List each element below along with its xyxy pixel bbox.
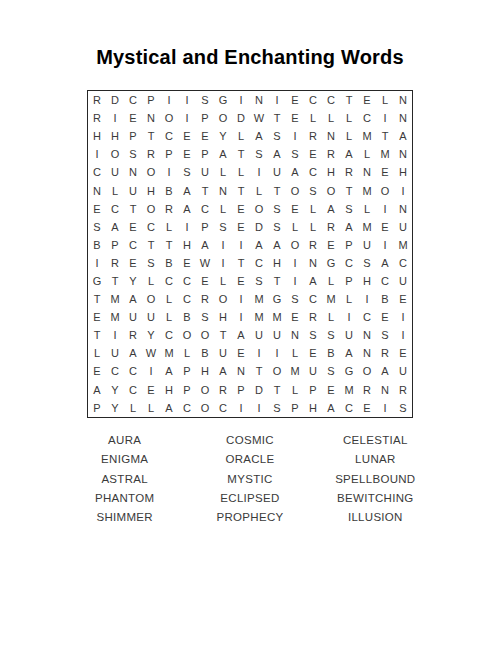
grid-cell[interactable]: R	[358, 381, 376, 399]
grid-cell[interactable]: I	[106, 326, 124, 344]
grid-cell[interactable]: E	[178, 145, 196, 163]
grid-cell[interactable]: N	[304, 254, 322, 272]
grid-cell[interactable]: C	[358, 109, 376, 127]
grid-cell[interactable]: E	[196, 272, 214, 290]
grid-cell[interactable]: O	[142, 290, 160, 308]
grid-cell[interactable]: D	[250, 381, 268, 399]
grid-cell[interactable]: C	[106, 200, 124, 218]
grid-cell[interactable]: S	[250, 272, 268, 290]
grid-cell[interactable]: A	[160, 399, 178, 417]
grid-cell[interactable]: R	[196, 290, 214, 308]
grid-cell[interactable]: B	[322, 344, 340, 362]
grid-cell[interactable]: W	[250, 109, 268, 127]
grid-cell[interactable]: S	[196, 308, 214, 326]
grid-cell[interactable]: G	[340, 362, 358, 380]
grid-cell[interactable]: C	[178, 272, 196, 290]
grid-cell[interactable]: Y	[106, 399, 124, 417]
grid-cell[interactable]: E	[232, 344, 250, 362]
grid-cell[interactable]: I	[394, 308, 412, 326]
grid-cell[interactable]: M	[322, 290, 340, 308]
grid-cell[interactable]: I	[232, 399, 250, 417]
grid-cell[interactable]: R	[214, 381, 232, 399]
grid-cell[interactable]: S	[196, 91, 214, 109]
grid-cell[interactable]: O	[178, 326, 196, 344]
grid-cell[interactable]: I	[88, 145, 106, 163]
grid-cell[interactable]: U	[358, 236, 376, 254]
grid-cell[interactable]: H	[214, 308, 232, 326]
grid-cell[interactable]: R	[160, 200, 178, 218]
grid-cell[interactable]: T	[268, 381, 286, 399]
grid-cell[interactable]: N	[394, 145, 412, 163]
grid-cell[interactable]: C	[304, 163, 322, 181]
grid-cell[interactable]: O	[160, 109, 178, 127]
grid-cell[interactable]: E	[376, 163, 394, 181]
grid-cell[interactable]: U	[268, 326, 286, 344]
grid-cell[interactable]: S	[88, 218, 106, 236]
grid-cell[interactable]: S	[304, 181, 322, 199]
grid-cell[interactable]: L	[304, 218, 322, 236]
grid-cell[interactable]: M	[268, 308, 286, 326]
grid-cell[interactable]: I	[232, 308, 250, 326]
grid-cell[interactable]: C	[160, 127, 178, 145]
grid-cell[interactable]: E	[88, 362, 106, 380]
grid-cell[interactable]: S	[268, 399, 286, 417]
grid-cell[interactable]: P	[160, 145, 178, 163]
grid-cell[interactable]: C	[88, 163, 106, 181]
grid-cell[interactable]: N	[214, 181, 232, 199]
grid-cell[interactable]: E	[196, 127, 214, 145]
grid-cell[interactable]: C	[376, 272, 394, 290]
grid-cell[interactable]: A	[124, 344, 142, 362]
grid-cell[interactable]: L	[340, 290, 358, 308]
grid-cell[interactable]: T	[88, 290, 106, 308]
grid-cell[interactable]: U	[196, 163, 214, 181]
grid-cell[interactable]: T	[232, 254, 250, 272]
grid-cell[interactable]: Y	[124, 272, 142, 290]
grid-cell[interactable]: E	[286, 109, 304, 127]
grid-cell[interactable]: C	[124, 381, 142, 399]
grid-cell[interactable]: A	[304, 272, 322, 290]
grid-cell[interactable]: P	[340, 236, 358, 254]
grid-cell[interactable]: A	[196, 236, 214, 254]
grid-cell[interactable]: I	[358, 290, 376, 308]
grid-cell[interactable]: A	[268, 236, 286, 254]
grid-cell[interactable]: H	[160, 381, 178, 399]
grid-cell[interactable]: Y	[106, 381, 124, 399]
grid-cell[interactable]: P	[106, 236, 124, 254]
grid-cell[interactable]: R	[340, 163, 358, 181]
grid-cell[interactable]: H	[394, 163, 412, 181]
grid-cell[interactable]: E	[376, 308, 394, 326]
grid-cell[interactable]: L	[286, 344, 304, 362]
grid-cell[interactable]: O	[196, 399, 214, 417]
grid-cell[interactable]: S	[268, 218, 286, 236]
grid-cell[interactable]: C	[304, 290, 322, 308]
grid-cell[interactable]: A	[250, 236, 268, 254]
grid-cell[interactable]: E	[286, 200, 304, 218]
grid-cell[interactable]: C	[196, 200, 214, 218]
grid-cell[interactable]: L	[286, 381, 304, 399]
grid-cell[interactable]: B	[178, 308, 196, 326]
grid-cell[interactable]: N	[232, 362, 250, 380]
grid-cell[interactable]: T	[268, 181, 286, 199]
grid-cell[interactable]: U	[106, 163, 124, 181]
grid-cell[interactable]: U	[394, 218, 412, 236]
grid-cell[interactable]: S	[340, 200, 358, 218]
grid-cell[interactable]: O	[358, 362, 376, 380]
grid-cell[interactable]: R	[124, 326, 142, 344]
grid-cell[interactable]: H	[304, 399, 322, 417]
grid-cell[interactable]: I	[178, 91, 196, 109]
grid-cell[interactable]: T	[376, 127, 394, 145]
grid-cell[interactable]: G	[88, 272, 106, 290]
grid-cell[interactable]: L	[304, 109, 322, 127]
grid-cell[interactable]: E	[304, 145, 322, 163]
grid-cell[interactable]: S	[304, 326, 322, 344]
grid-cell[interactable]: L	[178, 344, 196, 362]
grid-cell[interactable]: I	[268, 91, 286, 109]
grid-cell[interactable]: I	[232, 91, 250, 109]
grid-cell[interactable]: B	[376, 290, 394, 308]
grid-cell[interactable]: P	[142, 91, 160, 109]
grid-cell[interactable]: N	[286, 326, 304, 344]
grid-cell[interactable]: O	[106, 145, 124, 163]
grid-cell[interactable]: N	[394, 109, 412, 127]
grid-cell[interactable]: N	[88, 181, 106, 199]
grid-cell[interactable]: A	[106, 218, 124, 236]
grid-cell[interactable]: I	[178, 218, 196, 236]
grid-cell[interactable]: L	[232, 127, 250, 145]
grid-cell[interactable]: A	[268, 145, 286, 163]
grid-cell[interactable]: N	[250, 91, 268, 109]
grid-cell[interactable]: H	[106, 127, 124, 145]
grid-cell[interactable]: C	[250, 254, 268, 272]
grid-cell[interactable]: I	[250, 399, 268, 417]
grid-cell[interactable]: R	[304, 236, 322, 254]
grid-cell[interactable]: A	[214, 145, 232, 163]
grid-cell[interactable]: I	[250, 344, 268, 362]
grid-cell[interactable]: I	[376, 200, 394, 218]
grid-cell[interactable]: O	[376, 181, 394, 199]
grid-cell[interactable]: I	[394, 326, 412, 344]
grid-cell[interactable]: L	[160, 218, 178, 236]
grid-cell[interactable]: N	[142, 109, 160, 127]
grid-cell[interactable]: P	[178, 381, 196, 399]
grid-cell[interactable]: E	[178, 254, 196, 272]
grid-cell[interactable]: U	[106, 344, 124, 362]
grid-cell[interactable]: C	[214, 399, 232, 417]
grid-cell[interactable]: A	[322, 200, 340, 218]
grid-cell[interactable]: P	[286, 399, 304, 417]
grid-cell[interactable]: R	[142, 145, 160, 163]
grid-cell[interactable]: T	[340, 181, 358, 199]
grid-cell[interactable]: S	[268, 127, 286, 145]
grid-cell[interactable]: M	[250, 290, 268, 308]
grid-cell[interactable]: M	[106, 308, 124, 326]
grid-cell[interactable]: P	[232, 381, 250, 399]
grid-cell[interactable]: T	[142, 127, 160, 145]
grid-cell[interactable]: A	[232, 326, 250, 344]
grid-cell[interactable]: S	[142, 254, 160, 272]
grid-cell[interactable]: I	[286, 272, 304, 290]
grid-cell[interactable]: I	[340, 308, 358, 326]
grid-cell[interactable]: E	[124, 254, 142, 272]
grid-cell[interactable]: R	[304, 127, 322, 145]
grid-cell[interactable]: C	[340, 399, 358, 417]
grid-cell[interactable]: C	[124, 236, 142, 254]
grid-cell[interactable]: E	[232, 272, 250, 290]
grid-cell[interactable]: E	[358, 399, 376, 417]
grid-cell[interactable]: L	[358, 145, 376, 163]
grid-cell[interactable]: O	[196, 326, 214, 344]
grid-cell[interactable]: S	[322, 326, 340, 344]
grid-cell[interactable]: U	[394, 362, 412, 380]
grid-cell[interactable]: I	[394, 181, 412, 199]
grid-cell[interactable]: T	[88, 326, 106, 344]
grid-cell[interactable]: S	[286, 145, 304, 163]
grid-cell[interactable]: L	[232, 163, 250, 181]
grid-cell[interactable]: L	[358, 200, 376, 218]
grid-cell[interactable]: T	[124, 200, 142, 218]
grid-cell[interactable]: E	[304, 344, 322, 362]
grid-cell[interactable]: I	[376, 236, 394, 254]
grid-cell[interactable]: L	[124, 399, 142, 417]
grid-cell[interactable]: B	[196, 344, 214, 362]
grid-cell[interactable]: I	[376, 399, 394, 417]
grid-cell[interactable]: N	[358, 326, 376, 344]
grid-cell[interactable]: I	[286, 127, 304, 145]
grid-cell[interactable]: T	[214, 326, 232, 344]
grid-cell[interactable]: S	[178, 163, 196, 181]
grid-cell[interactable]: L	[340, 127, 358, 145]
grid-cell[interactable]: A	[250, 127, 268, 145]
grid-cell[interactable]: E	[358, 91, 376, 109]
grid-cell[interactable]: G	[214, 91, 232, 109]
grid-cell[interactable]: O	[268, 362, 286, 380]
grid-cell[interactable]: L	[214, 272, 232, 290]
grid-cell[interactable]: W	[196, 254, 214, 272]
grid-cell[interactable]: R	[376, 344, 394, 362]
grid-cell[interactable]: S	[394, 399, 412, 417]
grid-cell[interactable]: E	[322, 236, 340, 254]
grid-cell[interactable]: L	[286, 218, 304, 236]
grid-cell[interactable]: T	[268, 109, 286, 127]
grid-cell[interactable]: R	[106, 254, 124, 272]
grid-cell[interactable]: C	[322, 91, 340, 109]
grid-cell[interactable]: A	[340, 145, 358, 163]
grid-cell[interactable]: O	[286, 236, 304, 254]
grid-cell[interactable]: L	[214, 163, 232, 181]
grid-cell[interactable]: C	[160, 326, 178, 344]
grid-cell[interactable]: E	[88, 200, 106, 218]
grid-cell[interactable]: C	[124, 362, 142, 380]
grid-cell[interactable]: A	[340, 218, 358, 236]
grid-cell[interactable]: N	[322, 127, 340, 145]
grid-cell[interactable]: M	[250, 308, 268, 326]
grid-cell[interactable]: N	[394, 200, 412, 218]
grid-cell[interactable]: C	[178, 399, 196, 417]
grid-cell[interactable]: M	[376, 145, 394, 163]
grid-cell[interactable]: P	[340, 272, 358, 290]
grid-cell[interactable]: L	[214, 200, 232, 218]
grid-cell[interactable]: E	[88, 308, 106, 326]
grid-cell[interactable]: M	[160, 344, 178, 362]
grid-cell[interactable]: A	[376, 362, 394, 380]
grid-cell[interactable]: L	[250, 181, 268, 199]
grid-cell[interactable]: E	[142, 381, 160, 399]
grid-cell[interactable]: N	[358, 344, 376, 362]
grid-cell[interactable]: H	[88, 127, 106, 145]
grid-cell[interactable]: Y	[214, 127, 232, 145]
grid-cell[interactable]: H	[196, 362, 214, 380]
grid-cell[interactable]: I	[142, 362, 160, 380]
grid-cell[interactable]: L	[322, 308, 340, 326]
grid-cell[interactable]: E	[394, 290, 412, 308]
grid-cell[interactable]: U	[214, 344, 232, 362]
grid-cell[interactable]: S	[250, 145, 268, 163]
grid-cell[interactable]: E	[286, 308, 304, 326]
grid-cell[interactable]: H	[358, 272, 376, 290]
grid-cell[interactable]: A	[88, 381, 106, 399]
grid-cell[interactable]: T	[160, 236, 178, 254]
grid-cell[interactable]: M	[106, 290, 124, 308]
grid-cell[interactable]: O	[214, 290, 232, 308]
grid-cell[interactable]: O	[214, 109, 232, 127]
grid-cell[interactable]: H	[322, 163, 340, 181]
grid-cell[interactable]: S	[124, 145, 142, 163]
grid-cell[interactable]: P	[304, 381, 322, 399]
grid-cell[interactable]: A	[394, 127, 412, 145]
grid-cell[interactable]: H	[142, 181, 160, 199]
grid-cell[interactable]: B	[160, 181, 178, 199]
grid-cell[interactable]: E	[322, 381, 340, 399]
grid-cell[interactable]: U	[394, 272, 412, 290]
grid-cell[interactable]: I	[268, 344, 286, 362]
grid-cell[interactable]: C	[178, 290, 196, 308]
grid-cell[interactable]: R	[304, 308, 322, 326]
grid-cell[interactable]: A	[322, 399, 340, 417]
grid-cell[interactable]: P	[196, 218, 214, 236]
grid-cell[interactable]: L	[142, 272, 160, 290]
grid-cell[interactable]: P	[196, 109, 214, 127]
grid-cell[interactable]: H	[268, 254, 286, 272]
grid-cell[interactable]: L	[340, 109, 358, 127]
grid-cell[interactable]: S	[214, 218, 232, 236]
grid-cell[interactable]: D	[232, 109, 250, 127]
grid-cell[interactable]: O	[286, 181, 304, 199]
grid-cell[interactable]: T	[196, 181, 214, 199]
grid-cell[interactable]: I	[178, 109, 196, 127]
grid-cell[interactable]: D	[250, 218, 268, 236]
grid-cell[interactable]: I	[232, 290, 250, 308]
grid-cell[interactable]: M	[358, 127, 376, 145]
grid-cell[interactable]: T	[106, 272, 124, 290]
grid-cell[interactable]: I	[160, 91, 178, 109]
grid-cell[interactable]: S	[322, 362, 340, 380]
grid-cell[interactable]: A	[178, 181, 196, 199]
grid-cell[interactable]: T	[142, 236, 160, 254]
grid-cell[interactable]: N	[124, 163, 142, 181]
grid-cell[interactable]: G	[268, 290, 286, 308]
grid-cell[interactable]: M	[358, 218, 376, 236]
grid-cell[interactable]: I	[88, 254, 106, 272]
grid-cell[interactable]: E	[124, 218, 142, 236]
grid-cell[interactable]: T	[232, 181, 250, 199]
grid-cell[interactable]: O	[250, 200, 268, 218]
grid-cell[interactable]: B	[88, 236, 106, 254]
grid-cell[interactable]: P	[178, 362, 196, 380]
grid-cell[interactable]: U	[268, 163, 286, 181]
grid-cell[interactable]: A	[286, 163, 304, 181]
grid-cell[interactable]: R	[322, 145, 340, 163]
grid-cell[interactable]: U	[124, 181, 142, 199]
grid-cell[interactable]: S	[268, 200, 286, 218]
grid-cell[interactable]: P	[196, 145, 214, 163]
grid-cell[interactable]: O	[142, 200, 160, 218]
grid-cell[interactable]: P	[124, 127, 142, 145]
grid-cell[interactable]: R	[394, 381, 412, 399]
grid-cell[interactable]: C	[304, 91, 322, 109]
grid-cell[interactable]: A	[376, 254, 394, 272]
grid-cell[interactable]: O	[196, 381, 214, 399]
grid-cell[interactable]: E	[178, 127, 196, 145]
grid-cell[interactable]: L	[304, 200, 322, 218]
grid-cell[interactable]: I	[250, 163, 268, 181]
grid-cell[interactable]: I	[376, 109, 394, 127]
grid-cell[interactable]: T	[340, 91, 358, 109]
grid-cell[interactable]: L	[106, 181, 124, 199]
grid-cell[interactable]: E	[232, 200, 250, 218]
grid-cell[interactable]: A	[214, 362, 232, 380]
grid-cell[interactable]: L	[322, 272, 340, 290]
grid-cell[interactable]: R	[322, 218, 340, 236]
grid-cell[interactable]: A	[124, 290, 142, 308]
grid-cell[interactable]: L	[142, 399, 160, 417]
grid-cell[interactable]: C	[160, 272, 178, 290]
grid-cell[interactable]: M	[286, 362, 304, 380]
grid-cell[interactable]: A	[160, 362, 178, 380]
grid-cell[interactable]: G	[322, 254, 340, 272]
grid-cell[interactable]: C	[106, 362, 124, 380]
grid-cell[interactable]: C	[124, 91, 142, 109]
grid-cell[interactable]: C	[142, 218, 160, 236]
grid-cell[interactable]: B	[160, 254, 178, 272]
grid-cell[interactable]: E	[394, 344, 412, 362]
grid-cell[interactable]: D	[106, 91, 124, 109]
grid-cell[interactable]: S	[286, 290, 304, 308]
grid-cell[interactable]: W	[142, 344, 160, 362]
grid-cell[interactable]: E	[376, 218, 394, 236]
grid-cell[interactable]: P	[88, 399, 106, 417]
grid-cell[interactable]: N	[376, 381, 394, 399]
grid-cell[interactable]: I	[214, 236, 232, 254]
grid-cell[interactable]: I	[232, 236, 250, 254]
grid-cell[interactable]: I	[160, 163, 178, 181]
grid-cell[interactable]: M	[358, 181, 376, 199]
grid-cell[interactable]: U	[124, 308, 142, 326]
grid-cell[interactable]: U	[304, 362, 322, 380]
grid-cell[interactable]: M	[394, 236, 412, 254]
grid-cell[interactable]: L	[160, 290, 178, 308]
grid-cell[interactable]: M	[340, 381, 358, 399]
grid-cell[interactable]: A	[340, 344, 358, 362]
grid-cell[interactable]: S	[376, 326, 394, 344]
grid-cell[interactable]: R	[88, 109, 106, 127]
grid-cell[interactable]: U	[340, 326, 358, 344]
grid-cell[interactable]: I	[214, 254, 232, 272]
grid-cell[interactable]: L	[322, 109, 340, 127]
grid-cell[interactable]: H	[178, 236, 196, 254]
